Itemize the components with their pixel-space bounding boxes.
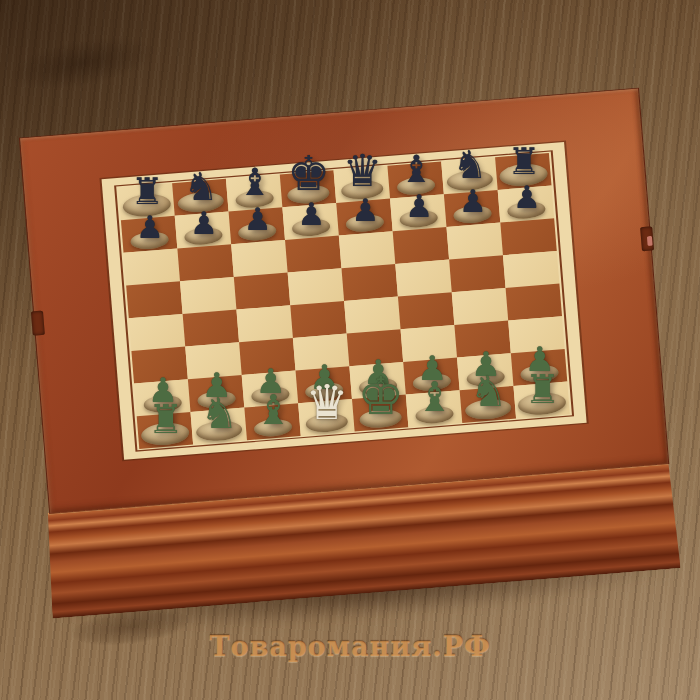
russian-bishop-f1[interactable]: ♝: [406, 390, 462, 427]
square-c1[interactable]: ♝: [244, 403, 300, 440]
box-latch-notch-left[interactable]: [31, 311, 45, 336]
knight-glyph: ♞: [470, 371, 508, 413]
square-g1[interactable]: ♞: [460, 386, 516, 423]
square-e6[interactable]: [339, 231, 395, 268]
pawn-glyph: ♟: [351, 195, 379, 226]
knight-glyph: ♞: [184, 168, 219, 207]
square-c4[interactable]: [236, 305, 292, 342]
square-d5[interactable]: [288, 268, 344, 305]
square-f4[interactable]: [398, 292, 454, 329]
chess-board: ♜♞♝♚♛♝♞♜♟♟♟♟♟♟♟♟♟♟♟♟♟♟♟♟♜♞♝♛♚♝♞♜: [118, 153, 570, 449]
chess-box: ♜♞♝♚♛♝♞♜♟♟♟♟♟♟♟♟♟♟♟♟♟♟♟♟♜♞♝♛♚♝♞♜: [19, 88, 677, 636]
square-b6[interactable]: [177, 244, 233, 281]
square-b7[interactable]: ♟: [175, 212, 231, 249]
knight-glyph: ♞: [201, 393, 239, 435]
bishop-glyph: ♝: [255, 390, 292, 431]
king-glyph: ♚: [358, 370, 405, 422]
square-g6[interactable]: [446, 223, 502, 260]
bishop-glyph: ♝: [416, 377, 453, 418]
russian-bishop-c1[interactable]: ♝: [244, 403, 300, 440]
russian-rook-a1[interactable]: ♜: [137, 412, 193, 449]
square-f1[interactable]: ♝: [406, 390, 462, 427]
square-a7[interactable]: ♟: [121, 216, 177, 253]
french-pawn-a7[interactable]: ♟: [121, 216, 177, 253]
board-border: ♜♞♝♚♛♝♞♜♟♟♟♟♟♟♟♟♟♟♟♟♟♟♟♟♜♞♝♛♚♝♞♜: [102, 142, 587, 460]
pawn-glyph: ♟: [513, 182, 541, 213]
square-a1[interactable]: ♜: [137, 412, 193, 449]
russian-queen-d1[interactable]: ♛: [298, 399, 354, 436]
square-a4[interactable]: [129, 314, 185, 351]
square-d6[interactable]: [285, 236, 341, 273]
square-f5[interactable]: [395, 260, 451, 297]
square-h7[interactable]: ♟: [498, 186, 554, 223]
rook-glyph: ♜: [508, 144, 541, 181]
square-c5[interactable]: [234, 273, 290, 310]
square-f7[interactable]: ♟: [390, 194, 446, 231]
square-c7[interactable]: ♟: [229, 207, 285, 244]
french-pawn-b7[interactable]: ♟: [175, 212, 231, 249]
bishop-glyph: ♝: [238, 164, 272, 202]
pawn-glyph: ♟: [190, 208, 218, 239]
russian-knight-g1[interactable]: ♞: [460, 386, 516, 423]
square-a6[interactable]: [124, 249, 180, 286]
watermark: Товаромания.РФ: [209, 631, 490, 662]
french-pawn-c7[interactable]: ♟: [229, 207, 285, 244]
square-e4[interactable]: [344, 297, 400, 334]
square-g7[interactable]: ♟: [444, 190, 500, 227]
square-h4[interactable]: [506, 284, 562, 321]
knight-glyph: ♞: [453, 146, 488, 185]
french-pawn-f7[interactable]: ♟: [390, 194, 446, 231]
square-g5[interactable]: [449, 255, 505, 292]
rook-glyph: ♜: [131, 174, 164, 211]
square-e5[interactable]: [341, 264, 397, 301]
french-pawn-e7[interactable]: ♟: [336, 199, 392, 236]
square-b5[interactable]: [180, 277, 236, 314]
square-e7[interactable]: ♟: [336, 199, 392, 236]
square-c6[interactable]: [231, 240, 287, 277]
square-d4[interactable]: [290, 301, 346, 338]
pawn-glyph: ♟: [459, 186, 487, 217]
wood-knot: [5, 27, 161, 98]
pawn-glyph: ♟: [405, 191, 433, 222]
square-h1[interactable]: ♜: [513, 382, 569, 419]
russian-knight-b1[interactable]: ♞: [190, 408, 246, 445]
square-g4[interactable]: [452, 288, 508, 325]
russian-king-e1[interactable]: ♚: [352, 395, 408, 432]
scene: ♜♞♝♚♛♝♞♜♟♟♟♟♟♟♟♟♟♟♟♟♟♟♟♟♜♞♝♛♚♝♞♜ Товаром…: [0, 0, 700, 700]
french-pawn-g7[interactable]: ♟: [444, 190, 500, 227]
pawn-glyph: ♟: [136, 212, 164, 243]
square-a5[interactable]: [126, 281, 182, 318]
queen-glyph: ♛: [306, 378, 349, 426]
box-latch-accent: [647, 236, 653, 246]
pawn-glyph: ♟: [297, 199, 325, 230]
chess-box-top: ♜♞♝♚♛♝♞♜♟♟♟♟♟♟♟♟♟♟♟♟♟♟♟♟♜♞♝♛♚♝♞♜: [19, 88, 669, 514]
square-b1[interactable]: ♞: [190, 408, 246, 445]
square-d7[interactable]: ♟: [282, 203, 338, 240]
rook-glyph: ♜: [148, 399, 184, 439]
square-b4[interactable]: [183, 310, 239, 347]
queen-glyph: ♛: [343, 149, 383, 193]
pawn-glyph: ♟: [243, 203, 271, 234]
rook-glyph: ♜: [524, 369, 560, 409]
bishop-glyph: ♝: [399, 151, 433, 189]
square-e1[interactable]: ♚: [352, 395, 408, 432]
square-h6[interactable]: [500, 218, 556, 255]
square-d1[interactable]: ♛: [298, 399, 354, 436]
square-f6[interactable]: [393, 227, 449, 264]
russian-rook-h1[interactable]: ♜: [513, 382, 569, 419]
french-pawn-h7[interactable]: ♟: [498, 186, 554, 223]
king-glyph: ♚: [287, 150, 330, 198]
french-pawn-d7[interactable]: ♟: [282, 203, 338, 240]
square-h5[interactable]: [503, 251, 559, 288]
